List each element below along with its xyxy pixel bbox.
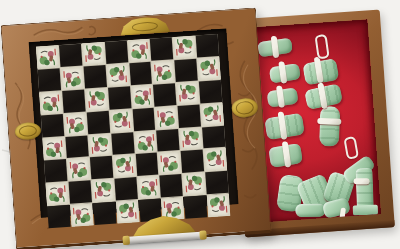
board-square[interactable] (67, 158, 90, 181)
tile-painting (173, 36, 196, 59)
board-square[interactable] (184, 195, 207, 218)
tile-painting (201, 103, 224, 126)
chess-board[interactable] (0, 7, 271, 249)
board-square[interactable] (114, 177, 137, 200)
board-square[interactable] (129, 62, 152, 85)
tile-painting (137, 176, 160, 199)
board-square[interactable] (127, 39, 150, 62)
tile-painting (36, 45, 59, 68)
tile-painting (64, 112, 87, 135)
board-square[interactable] (60, 66, 83, 89)
board-square[interactable] (62, 89, 85, 112)
tile-painting (176, 81, 199, 104)
tile-painting (42, 137, 65, 160)
board-square[interactable] (90, 156, 113, 179)
tile-painting (183, 173, 206, 196)
board-square[interactable] (155, 106, 178, 129)
chess-piece[interactable] (295, 204, 325, 218)
board-square[interactable] (70, 203, 93, 226)
board-square[interactable] (85, 88, 108, 111)
brass-top-ornament (119, 15, 170, 35)
tile-painting (116, 200, 139, 223)
board-square[interactable] (46, 182, 69, 205)
board-square[interactable] (196, 34, 219, 57)
tile-painting (88, 133, 111, 156)
tile-painting (130, 85, 153, 108)
board-square[interactable] (137, 176, 160, 199)
board-square[interactable] (36, 45, 59, 68)
tile-painting (197, 57, 220, 80)
tile-painting (134, 130, 157, 153)
board-square[interactable] (106, 63, 129, 86)
board-square[interactable] (38, 68, 61, 91)
tile-painting (106, 63, 129, 86)
board-square[interactable] (176, 81, 199, 104)
board-square[interactable] (158, 151, 181, 174)
board-square[interactable] (199, 80, 222, 103)
board-square[interactable] (207, 194, 230, 217)
board-square[interactable] (44, 159, 67, 182)
brass-right-medallion (231, 97, 258, 118)
board-square[interactable] (108, 86, 131, 109)
board-square[interactable] (205, 171, 228, 194)
board-square[interactable] (201, 103, 224, 126)
board-square[interactable] (160, 174, 183, 197)
board-lacquer-surround (29, 28, 239, 217)
tile-painting (85, 88, 108, 111)
board-square[interactable] (116, 200, 139, 223)
board-square[interactable] (152, 60, 175, 83)
tile-painting (60, 66, 83, 89)
ribbon-band (317, 118, 341, 125)
tile-painting (39, 91, 62, 114)
board-square[interactable] (88, 133, 111, 156)
board-square[interactable] (111, 132, 134, 155)
board-square[interactable] (175, 58, 198, 81)
board-square[interactable] (183, 173, 206, 196)
board-square[interactable] (150, 37, 173, 60)
board-square[interactable] (83, 65, 106, 88)
board-square[interactable] (156, 129, 179, 152)
board-square[interactable] (202, 125, 225, 148)
board-square[interactable] (173, 36, 196, 59)
board-square[interactable] (82, 42, 105, 65)
board-square[interactable] (64, 112, 87, 135)
board-grid (36, 34, 229, 206)
board-square[interactable] (197, 57, 220, 80)
board-square[interactable] (179, 127, 202, 150)
tile-painting (70, 203, 93, 226)
board-square[interactable] (178, 104, 201, 127)
board-square[interactable] (42, 137, 65, 160)
board-square[interactable] (109, 109, 132, 132)
photo-backdrop (0, 0, 400, 249)
ribbon-band (354, 178, 370, 184)
tile-painting (127, 39, 150, 62)
tile-painting (207, 194, 230, 217)
board-square[interactable] (86, 111, 109, 134)
board-square[interactable] (39, 91, 62, 114)
board-square[interactable] (112, 155, 135, 178)
tile-painting (158, 151, 181, 174)
chess-piece[interactable] (319, 106, 340, 147)
board-square[interactable] (65, 135, 88, 158)
chess-piece[interactable] (355, 168, 374, 213)
empty-ribbon-loop (314, 34, 329, 59)
board-square[interactable] (68, 181, 91, 204)
tile-painting (179, 127, 202, 150)
board-square[interactable] (134, 130, 157, 153)
tile-painting (112, 155, 135, 178)
tile-painting (67, 158, 90, 181)
board-square[interactable] (41, 114, 64, 137)
board-square[interactable] (47, 205, 70, 228)
tile-painting (91, 179, 114, 202)
tile-painting (152, 60, 175, 83)
board-square[interactable] (204, 148, 227, 171)
board-square[interactable] (181, 150, 204, 173)
ribbon-band (339, 207, 346, 223)
board-square[interactable] (91, 179, 114, 202)
empty-ribbon-loop (343, 136, 359, 160)
board-square[interactable] (135, 153, 158, 176)
board-square[interactable] (104, 40, 127, 63)
tile-painting (46, 182, 69, 205)
board-square[interactable] (59, 44, 82, 67)
board-square[interactable] (132, 107, 155, 130)
tile-painting (109, 109, 132, 132)
board-square[interactable] (93, 202, 116, 225)
tile-painting (82, 42, 105, 65)
board-square[interactable] (130, 85, 153, 108)
tile-painting (155, 106, 178, 129)
board-square[interactable] (153, 83, 176, 106)
tile-painting (204, 148, 227, 171)
